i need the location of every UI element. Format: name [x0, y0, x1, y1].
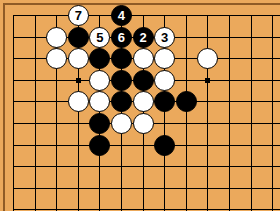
- star-point: [205, 78, 210, 83]
- intersection[interactable]: [262, 26, 280, 48]
- intersection[interactable]: [67, 26, 89, 48]
- intersection[interactable]: [262, 48, 280, 70]
- intersection[interactable]: [219, 91, 241, 113]
- intersection[interactable]: [3, 199, 25, 211]
- intersection[interactable]: 4: [111, 5, 133, 27]
- intersection[interactable]: [46, 156, 68, 178]
- stone-white[interactable]: [154, 48, 175, 69]
- intersection[interactable]: [89, 113, 111, 135]
- intersection[interactable]: 5: [89, 26, 111, 48]
- intersection[interactable]: [197, 134, 219, 156]
- intersection[interactable]: [219, 177, 241, 199]
- intersection[interactable]: [262, 134, 280, 156]
- intersection[interactable]: [3, 91, 25, 113]
- move-number-label: 6: [118, 31, 125, 44]
- intersection[interactable]: [132, 91, 154, 113]
- intersection[interactable]: [111, 134, 133, 156]
- intersection[interactable]: [132, 113, 154, 135]
- stone-black[interactable]: [111, 48, 132, 69]
- intersection[interactable]: [67, 69, 89, 91]
- stone-black[interactable]: [154, 135, 175, 156]
- intersection[interactable]: [262, 199, 280, 211]
- intersection[interactable]: [219, 156, 241, 178]
- stone-white[interactable]: [89, 70, 110, 91]
- intersection[interactable]: 6: [111, 26, 133, 48]
- intersection[interactable]: [154, 91, 176, 113]
- stone-black[interactable]: [176, 91, 197, 112]
- intersection[interactable]: [197, 113, 219, 135]
- star-point: [76, 78, 81, 83]
- intersection[interactable]: [67, 113, 89, 135]
- intersection[interactable]: [175, 134, 197, 156]
- intersection[interactable]: [175, 69, 197, 91]
- intersection[interactable]: [240, 134, 262, 156]
- intersection[interactable]: [89, 91, 111, 113]
- intersection[interactable]: [111, 199, 133, 211]
- intersection[interactable]: [67, 177, 89, 199]
- intersection[interactable]: [175, 199, 197, 211]
- intersection[interactable]: [154, 177, 176, 199]
- intersection[interactable]: [154, 5, 176, 27]
- stone-black[interactable]: [89, 48, 110, 69]
- stone-white[interactable]: 3: [154, 27, 175, 48]
- stone-white[interactable]: [111, 113, 132, 134]
- intersection[interactable]: [46, 199, 68, 211]
- intersection[interactable]: [197, 69, 219, 91]
- intersection[interactable]: [262, 69, 280, 91]
- intersection[interactable]: [262, 5, 280, 27]
- stone-black[interactable]: [111, 70, 132, 91]
- stone-black[interactable]: 6: [111, 27, 132, 48]
- intersection[interactable]: [67, 134, 89, 156]
- intersection[interactable]: [111, 48, 133, 70]
- intersection[interactable]: 2: [132, 26, 154, 48]
- intersection[interactable]: [89, 48, 111, 70]
- stone-black[interactable]: [89, 135, 110, 156]
- move-number-label: 3: [161, 31, 168, 44]
- intersection[interactable]: [132, 156, 154, 178]
- intersection[interactable]: [175, 177, 197, 199]
- intersection[interactable]: [240, 156, 262, 178]
- intersection[interactable]: [111, 91, 133, 113]
- move-number-label: 4: [118, 9, 125, 22]
- intersection[interactable]: [3, 69, 25, 91]
- stone-white[interactable]: [133, 91, 154, 112]
- stone-black[interactable]: [133, 70, 154, 91]
- intersection[interactable]: [111, 156, 133, 178]
- intersection[interactable]: [240, 199, 262, 211]
- intersection[interactable]: [262, 113, 280, 135]
- intersection[interactable]: [219, 134, 241, 156]
- intersection[interactable]: [197, 156, 219, 178]
- intersection[interactable]: [240, 26, 262, 48]
- intersection[interactable]: [262, 177, 280, 199]
- intersection[interactable]: 7: [67, 5, 89, 27]
- intersection[interactable]: [46, 26, 68, 48]
- intersection[interactable]: [240, 113, 262, 135]
- intersection[interactable]: [197, 48, 219, 70]
- intersection[interactable]: [175, 5, 197, 27]
- intersection[interactable]: [154, 156, 176, 178]
- intersection[interactable]: [154, 134, 176, 156]
- intersection[interactable]: [175, 91, 197, 113]
- stone-black[interactable]: [154, 91, 175, 112]
- intersection[interactable]: [3, 156, 25, 178]
- stone-white[interactable]: 7: [68, 5, 89, 26]
- intersection[interactable]: [240, 48, 262, 70]
- intersection[interactable]: [3, 134, 25, 156]
- intersection[interactable]: [89, 199, 111, 211]
- intersection[interactable]: [67, 91, 89, 113]
- stone-white[interactable]: [46, 48, 67, 69]
- stone-black[interactable]: 2: [133, 27, 154, 48]
- stone-white[interactable]: [154, 70, 175, 91]
- intersection[interactable]: [175, 48, 197, 70]
- intersection[interactable]: [219, 69, 241, 91]
- intersection[interactable]: [67, 48, 89, 70]
- stone-white[interactable]: [89, 91, 110, 112]
- intersection[interactable]: [262, 91, 280, 113]
- intersection[interactable]: [46, 5, 68, 27]
- intersection[interactable]: [240, 177, 262, 199]
- intersection[interactable]: [197, 199, 219, 211]
- intersection[interactable]: [46, 69, 68, 91]
- intersection[interactable]: [111, 69, 133, 91]
- intersection[interactable]: [219, 26, 241, 48]
- intersection[interactable]: [154, 69, 176, 91]
- intersection[interactable]: [197, 5, 219, 27]
- move-number-label: 2: [139, 31, 146, 44]
- intersection[interactable]: [154, 48, 176, 70]
- intersection[interactable]: [3, 5, 25, 27]
- intersection[interactable]: 3: [154, 26, 176, 48]
- intersection[interactable]: [219, 48, 241, 70]
- stone-white[interactable]: [133, 48, 154, 69]
- intersection[interactable]: [46, 134, 68, 156]
- intersection[interactable]: [89, 69, 111, 91]
- intersection[interactable]: [24, 177, 46, 199]
- stone-white[interactable]: [68, 91, 89, 112]
- move-number-label: 5: [96, 31, 103, 44]
- intersection[interactable]: [175, 26, 197, 48]
- intersection[interactable]: [89, 5, 111, 27]
- intersection[interactable]: [175, 156, 197, 178]
- go-diagram: 745623: [0, 0, 280, 211]
- intersection[interactable]: [197, 91, 219, 113]
- intersection[interactable]: [24, 48, 46, 70]
- stone-black[interactable]: 4: [111, 5, 132, 26]
- intersection[interactable]: [132, 48, 154, 70]
- intersection[interactable]: [67, 156, 89, 178]
- intersection[interactable]: [219, 113, 241, 135]
- intersection[interactable]: [24, 69, 46, 91]
- intersection[interactable]: [219, 5, 241, 27]
- intersection[interactable]: [24, 5, 46, 27]
- intersection[interactable]: [89, 177, 111, 199]
- intersection[interactable]: [197, 177, 219, 199]
- intersection[interactable]: [24, 156, 46, 178]
- stone-black[interactable]: [89, 113, 110, 134]
- intersection[interactable]: [175, 113, 197, 135]
- intersection[interactable]: [89, 156, 111, 178]
- intersection[interactable]: [24, 26, 46, 48]
- intersection[interactable]: [24, 113, 46, 135]
- intersection[interactable]: [219, 199, 241, 211]
- intersection[interactable]: [111, 177, 133, 199]
- intersection[interactable]: [24, 199, 46, 211]
- stone-black[interactable]: [111, 91, 132, 112]
- intersection[interactable]: [132, 134, 154, 156]
- intersection[interactable]: [240, 5, 262, 27]
- intersection[interactable]: [240, 69, 262, 91]
- intersection[interactable]: [154, 113, 176, 135]
- intersection[interactable]: [24, 91, 46, 113]
- stone-white[interactable]: [46, 27, 67, 48]
- stone-white[interactable]: [197, 48, 218, 69]
- intersection[interactable]: [132, 177, 154, 199]
- stone-black[interactable]: [68, 27, 89, 48]
- intersection[interactable]: [67, 199, 89, 211]
- stone-white[interactable]: 5: [89, 27, 110, 48]
- intersection[interactable]: [3, 26, 25, 48]
- intersection[interactable]: [154, 199, 176, 211]
- intersection[interactable]: [89, 134, 111, 156]
- intersection[interactable]: [132, 5, 154, 27]
- intersection[interactable]: [132, 199, 154, 211]
- intersection[interactable]: [111, 113, 133, 135]
- intersection[interactable]: [46, 91, 68, 113]
- intersection[interactable]: [262, 156, 280, 178]
- intersection[interactable]: [46, 113, 68, 135]
- intersection[interactable]: [240, 91, 262, 113]
- stone-white[interactable]: [133, 113, 154, 134]
- move-number-label: 7: [75, 9, 82, 22]
- go-board: 745623: [3, 5, 280, 211]
- stone-white[interactable]: [68, 48, 89, 69]
- intersection[interactable]: [132, 69, 154, 91]
- intersection[interactable]: [46, 177, 68, 199]
- intersection[interactable]: [3, 177, 25, 199]
- intersection[interactable]: [3, 113, 25, 135]
- intersection[interactable]: [197, 26, 219, 48]
- intersection[interactable]: [3, 48, 25, 70]
- intersection[interactable]: [24, 134, 46, 156]
- intersection[interactable]: [46, 48, 68, 70]
